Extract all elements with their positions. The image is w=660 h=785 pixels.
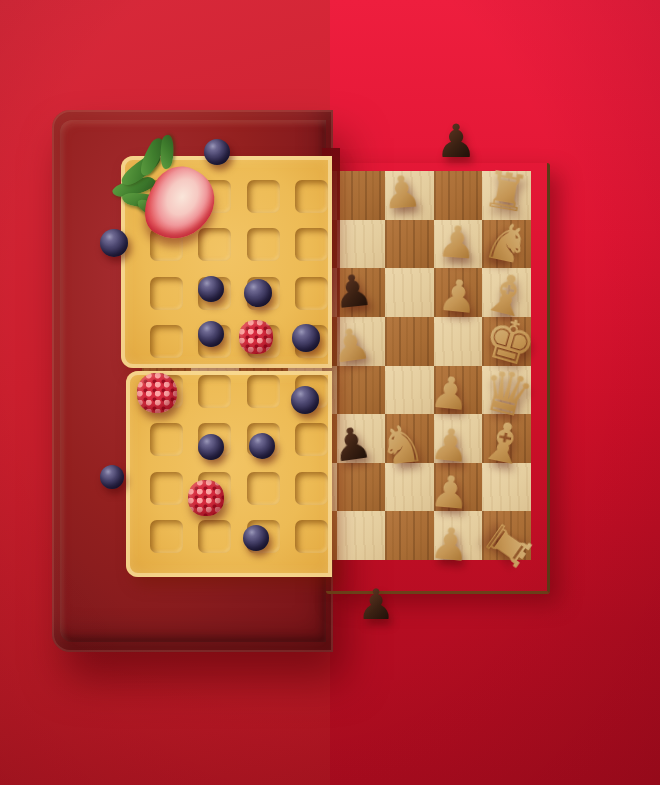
blueberry-c3[interactable] [249, 433, 275, 459]
raspberry-a4[interactable] [137, 373, 177, 413]
blueberry-c6[interactable] [244, 279, 272, 307]
waffle-pocket [150, 277, 183, 310]
waffle-pocket [295, 277, 328, 310]
square-f4[interactable] [385, 366, 434, 415]
piece-white-pawn-g6[interactable]: ♟ [436, 272, 480, 320]
piece-white-pawn-g7[interactable]: ♟ [436, 219, 478, 266]
piece-white-pawn-g4[interactable]: ♟ [428, 369, 472, 417]
blueberry-offboard [100, 465, 124, 489]
waffle-pocket [150, 520, 183, 553]
blueberry-c1[interactable] [243, 525, 269, 551]
blueberry-d4[interactable] [291, 386, 319, 414]
square-f6[interactable] [385, 268, 434, 317]
piece-white-pawn-f8[interactable]: ♟ [381, 169, 423, 216]
piece-white-pawn-g3[interactable]: ♟ [428, 422, 472, 470]
raspberry-c5[interactable] [239, 320, 273, 354]
piece-black-pawn-offboard[interactable]: ♟ [435, 118, 476, 164]
waffle-pocket [247, 375, 280, 408]
square-f1[interactable] [385, 511, 434, 560]
waffle-pocket [247, 228, 280, 261]
waffle-pocket [247, 472, 280, 505]
square-e1[interactable] [337, 511, 386, 560]
piece-black-pawn-offboard[interactable]: ♟ [357, 584, 395, 626]
waffle-pocket [198, 375, 231, 408]
blueberry-b6[interactable] [198, 276, 224, 302]
waffle-pocket [247, 180, 280, 213]
piece-white-pawn-g2[interactable]: ♟ [428, 469, 471, 516]
waffle-pocket [198, 520, 231, 553]
scene: ♟♜♟♞♟♟♝♟♚♟♛♟♞♟♝♟♟♜♟♟ [0, 0, 660, 785]
waffle-pocket [150, 472, 183, 505]
blueberry-b3[interactable] [198, 434, 224, 460]
piece-white-pawn-g1[interactable]: ♟ [428, 520, 472, 568]
waffle-pocket [150, 325, 183, 358]
square-f7[interactable] [385, 220, 434, 269]
piece-white-knight-f3[interactable]: ♞ [377, 417, 429, 474]
square-e7[interactable] [337, 220, 386, 269]
waffle-pocket [295, 180, 328, 213]
blueberry-offboard [204, 139, 230, 165]
blueberry-offboard [100, 229, 128, 257]
waffle-pocket [295, 520, 328, 553]
waffle-pocket [295, 228, 328, 261]
waffle-pocket [150, 423, 183, 456]
piece-black-pawn-e3[interactable]: ♟ [329, 420, 374, 469]
waffle-pocket [295, 423, 328, 456]
waffle-pocket [295, 472, 328, 505]
square-e8[interactable] [337, 171, 386, 220]
square-f5[interactable] [385, 317, 434, 366]
square-g8[interactable] [434, 171, 483, 220]
piece-black-pawn-e6[interactable]: ♟ [331, 267, 375, 315]
square-g5[interactable] [434, 317, 483, 366]
blueberry-d5[interactable] [292, 324, 320, 352]
blueberry-b5[interactable] [198, 321, 224, 347]
piece-white-pawn-e5[interactable]: ♟ [328, 321, 373, 370]
raspberry-b2[interactable] [188, 480, 224, 516]
square-e4[interactable] [337, 366, 386, 415]
